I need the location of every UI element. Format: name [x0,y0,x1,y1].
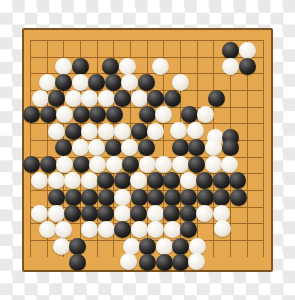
black-stone [156,254,173,271]
white-stone [172,156,189,173]
black-stone [180,205,197,222]
white-stone [139,156,156,173]
white-stone [164,221,181,238]
white-stone [170,122,187,139]
white-stone [123,238,140,255]
white-stone [120,253,137,270]
black-stone [40,106,57,123]
white-stone [131,221,148,238]
black-stone [222,42,239,59]
white-stone [121,74,138,91]
black-stone [69,238,86,255]
black-stone [114,90,131,107]
black-stone [98,189,115,206]
black-stone [65,189,82,206]
white-stone [155,156,172,173]
black-stone [122,156,139,173]
white-stone [239,42,256,59]
black-stone [164,189,181,206]
black-stone [40,156,57,173]
white-stone [65,90,82,107]
white-stone [81,90,98,107]
black-stone [138,74,155,91]
black-stone [147,90,164,107]
black-stone [23,156,40,173]
white-stone [114,205,131,222]
white-stone [98,90,115,107]
white-stone [214,220,231,237]
white-stone [48,172,65,189]
black-stone [180,189,197,206]
white-stone [48,205,65,222]
black-stone [102,58,119,75]
black-stone [88,74,105,91]
white-stone [56,156,73,173]
black-stone [106,106,123,123]
white-stone [221,156,238,173]
white-stone [147,205,164,222]
black-stone [188,156,205,173]
black-stone [230,189,247,206]
black-stone [114,172,131,189]
black-stone [48,189,65,206]
white-stone [119,58,136,75]
black-stone [222,139,239,156]
black-stone [164,90,181,107]
white-stone [81,172,98,189]
black-stone [147,189,164,206]
black-stone [131,123,148,140]
white-stone [72,74,89,91]
black-stone [72,58,89,75]
black-stone [69,254,86,271]
white-stone [72,139,89,156]
black-stone [172,139,189,156]
black-stone [65,123,82,140]
black-stone [55,74,72,91]
black-stone [172,238,189,255]
white-stone [114,123,131,140]
white-stone [89,156,106,173]
white-stone [81,123,98,140]
white-stone [55,58,72,75]
black-stone [197,189,214,206]
white-stone [222,58,239,75]
black-stone [139,254,156,271]
white-stone [152,58,169,75]
black-stone [131,189,148,206]
white-stone [172,74,189,91]
black-stone [139,106,156,123]
white-stone [147,123,164,140]
white-stone [53,238,70,255]
black-stone [81,205,98,222]
black-stone [105,74,122,91]
black-stone [48,90,65,107]
white-stone [98,221,115,238]
black-stone [105,139,122,156]
black-stone [81,189,98,206]
white-stone [197,106,214,123]
black-stone [73,106,90,123]
black-stone [239,58,256,75]
white-stone [188,253,205,270]
white-stone [156,238,173,255]
white-stone [32,90,49,107]
white-stone [187,122,204,139]
black-stone [139,238,156,255]
white-stone [205,156,222,173]
black-stone [172,254,189,271]
white-stone [48,123,65,140]
white-stone [98,123,115,140]
white-stone [114,189,131,206]
white-stone [39,74,56,91]
black-stone [181,106,198,123]
black-stone [213,172,230,189]
black-stone [208,90,225,107]
black-stone [213,189,230,206]
black-stone [73,156,90,173]
white-stone [106,156,123,173]
white-stone [39,221,56,238]
go-board [22,28,273,272]
white-stone [180,172,197,189]
white-stone [131,90,148,107]
black-stone [147,172,164,189]
